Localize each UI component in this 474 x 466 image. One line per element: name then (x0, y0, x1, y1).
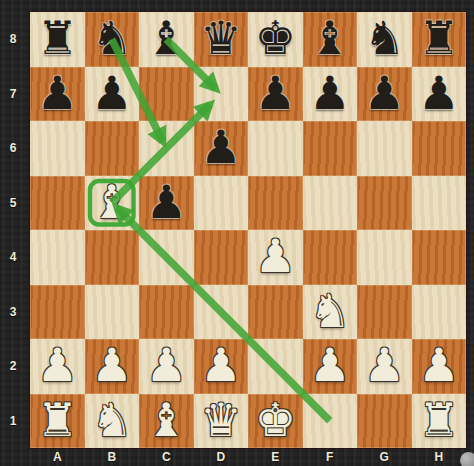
square-g1[interactable] (357, 394, 412, 449)
piece-black-rook-a8[interactable]: ♜ (37, 15, 78, 61)
file-label-e: E (248, 449, 303, 466)
square-e8[interactable]: ♚ (248, 12, 303, 67)
piece-white-pawn-c2[interactable]: ♟ (146, 342, 187, 388)
square-a1[interactable]: ♜ (30, 394, 85, 449)
square-a4[interactable] (30, 230, 85, 285)
piece-white-rook-h1[interactable]: ♜ (418, 397, 459, 443)
square-c2[interactable]: ♟ (139, 339, 194, 394)
square-f5[interactable] (303, 176, 358, 231)
piece-white-pawn-f2[interactable]: ♟ (309, 342, 350, 388)
square-d6[interactable]: ♟ (194, 121, 249, 176)
square-d2[interactable]: ♟ (194, 339, 249, 394)
square-a8[interactable]: ♜ (30, 12, 85, 67)
chess-board: ♜♞♝♛♚♝♞♜♟♟♟♟♟♟♟♝♟♟♞♟♟♟♟♟♟♟♜♞♝♛♚♜ (30, 12, 466, 448)
square-b1[interactable]: ♞ (85, 394, 140, 449)
square-c6[interactable] (139, 121, 194, 176)
piece-white-pawn-h2[interactable]: ♟ (418, 342, 459, 388)
piece-black-knight-g8[interactable]: ♞ (364, 15, 405, 61)
square-a5[interactable] (30, 176, 85, 231)
square-e1[interactable]: ♚ (248, 394, 303, 449)
square-e3[interactable] (248, 285, 303, 340)
square-g4[interactable] (357, 230, 412, 285)
piece-black-bishop-c8[interactable]: ♝ (146, 15, 187, 61)
resize-handle[interactable] (460, 452, 474, 466)
rank-label-8: 8 (0, 32, 26, 46)
chess-board-frame: ♜♞♝♛♚♝♞♜♟♟♟♟♟♟♟♝♟♟♞♟♟♟♟♟♟♟♜♞♝♛♚♜ 8765432… (0, 0, 474, 466)
square-h5[interactable] (412, 176, 467, 231)
square-a6[interactable] (30, 121, 85, 176)
square-e7[interactable]: ♟ (248, 67, 303, 122)
square-f8[interactable]: ♝ (303, 12, 358, 67)
piece-white-bishop-c1[interactable]: ♝ (146, 397, 187, 443)
square-g3[interactable] (357, 285, 412, 340)
square-c8[interactable]: ♝ (139, 12, 194, 67)
square-h2[interactable]: ♟ (412, 339, 467, 394)
square-b7[interactable]: ♟ (85, 67, 140, 122)
piece-white-pawn-a2[interactable]: ♟ (37, 342, 78, 388)
piece-white-pawn-e4[interactable]: ♟ (255, 233, 296, 279)
square-d1[interactable]: ♛ (194, 394, 249, 449)
piece-black-knight-b8[interactable]: ♞ (91, 15, 132, 61)
square-b4[interactable] (85, 230, 140, 285)
square-c7[interactable] (139, 67, 194, 122)
square-h7[interactable]: ♟ (412, 67, 467, 122)
piece-white-knight-b1[interactable]: ♞ (91, 397, 132, 443)
piece-white-pawn-g2[interactable]: ♟ (364, 342, 405, 388)
square-e2[interactable] (248, 339, 303, 394)
piece-white-knight-f3[interactable]: ♞ (309, 288, 350, 334)
square-h4[interactable] (412, 230, 467, 285)
file-label-g: G (357, 449, 412, 466)
square-f3[interactable]: ♞ (303, 285, 358, 340)
square-g2[interactable]: ♟ (357, 339, 412, 394)
square-f1[interactable] (303, 394, 358, 449)
square-c1[interactable]: ♝ (139, 394, 194, 449)
square-a7[interactable]: ♟ (30, 67, 85, 122)
piece-white-king-e1[interactable]: ♚ (255, 397, 296, 443)
piece-black-bishop-f8[interactable]: ♝ (309, 15, 350, 61)
square-h3[interactable] (412, 285, 467, 340)
piece-black-pawn-e7[interactable]: ♟ (255, 70, 296, 116)
square-b3[interactable] (85, 285, 140, 340)
square-g6[interactable] (357, 121, 412, 176)
piece-white-pawn-b2[interactable]: ♟ (91, 342, 132, 388)
piece-black-pawn-h7[interactable]: ♟ (418, 70, 459, 116)
piece-white-rook-a1[interactable]: ♜ (37, 397, 78, 443)
file-label-h: H (412, 449, 467, 466)
square-g8[interactable]: ♞ (357, 12, 412, 67)
piece-white-queen-d1[interactable]: ♛ (200, 397, 241, 443)
rank-label-1: 1 (0, 414, 26, 428)
square-b2[interactable]: ♟ (85, 339, 140, 394)
rank-label-6: 6 (0, 141, 26, 155)
rank-label-7: 7 (0, 87, 26, 101)
piece-black-pawn-f7[interactable]: ♟ (309, 70, 350, 116)
square-a3[interactable] (30, 285, 85, 340)
piece-black-pawn-d6[interactable]: ♟ (200, 124, 241, 170)
square-g7[interactable]: ♟ (357, 67, 412, 122)
square-h8[interactable]: ♜ (412, 12, 467, 67)
piece-black-pawn-g7[interactable]: ♟ (364, 70, 405, 116)
square-c4[interactable] (139, 230, 194, 285)
square-f2[interactable]: ♟ (303, 339, 358, 394)
square-b6[interactable] (85, 121, 140, 176)
square-d8[interactable]: ♛ (194, 12, 249, 67)
piece-white-pawn-d2[interactable]: ♟ (200, 342, 241, 388)
file-label-b: B (85, 449, 140, 466)
piece-black-queen-d8[interactable]: ♛ (200, 15, 241, 61)
square-d4[interactable] (194, 230, 249, 285)
square-h1[interactable]: ♜ (412, 394, 467, 449)
square-f4[interactable] (303, 230, 358, 285)
file-label-c: C (139, 449, 194, 466)
square-b5[interactable]: ♝ (85, 176, 140, 231)
file-label-a: A (30, 449, 85, 466)
piece-black-pawn-b7[interactable]: ♟ (91, 70, 132, 116)
piece-black-pawn-c5[interactable]: ♟ (146, 179, 187, 225)
square-f7[interactable]: ♟ (303, 67, 358, 122)
piece-black-rook-h8[interactable]: ♜ (418, 15, 459, 61)
rank-label-2: 2 (0, 359, 26, 373)
square-c5[interactable]: ♟ (139, 176, 194, 231)
square-b8[interactable]: ♞ (85, 12, 140, 67)
file-label-d: D (194, 449, 249, 466)
rank-label-5: 5 (0, 196, 26, 210)
square-a2[interactable]: ♟ (30, 339, 85, 394)
square-e6[interactable] (248, 121, 303, 176)
square-f6[interactable] (303, 121, 358, 176)
square-d7[interactable] (194, 67, 249, 122)
square-g5[interactable] (357, 176, 412, 231)
file-label-f: F (303, 449, 358, 466)
piece-black-pawn-a7[interactable]: ♟ (37, 70, 78, 116)
square-e5[interactable] (248, 176, 303, 231)
rank-label-3: 3 (0, 305, 26, 319)
square-h6[interactable] (412, 121, 467, 176)
piece-black-king-e8[interactable]: ♚ (255, 15, 296, 61)
square-c3[interactable] (139, 285, 194, 340)
square-d5[interactable] (194, 176, 249, 231)
square-e4[interactable]: ♟ (248, 230, 303, 285)
piece-white-bishop-b5[interactable]: ♝ (91, 179, 132, 225)
square-d3[interactable] (194, 285, 249, 340)
rank-label-4: 4 (0, 250, 26, 264)
